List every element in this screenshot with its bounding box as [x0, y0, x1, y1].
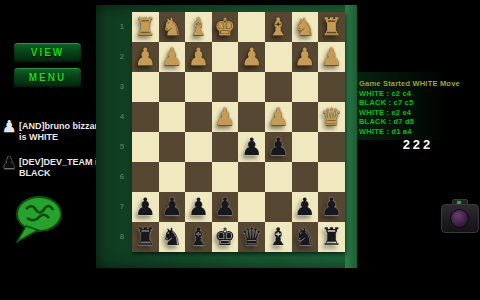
square-a4[interactable]: ♛ — [318, 102, 345, 132]
square-d1[interactable] — [238, 12, 265, 42]
square-a8[interactable]: ♜ — [318, 222, 345, 252]
white-king-e1: ♚ — [212, 12, 239, 42]
square-d3[interactable] — [238, 72, 265, 102]
white-pawn-c4: ♟ — [265, 102, 292, 132]
square-c4[interactable]: ♟ — [265, 102, 292, 132]
square-f6[interactable] — [185, 162, 212, 192]
board-grid: ♜♞♝♚♝♞♜♟♟♟♟♟♟♟♟♛♟♟♟♟♟♟♟♟♜♞♝♚♛♝♞♜ — [132, 12, 345, 252]
square-f3[interactable] — [185, 72, 212, 102]
square-g4[interactable] — [159, 102, 186, 132]
square-b2[interactable]: ♟ — [292, 42, 319, 72]
white-pawn-h2: ♟ — [132, 42, 159, 72]
square-f5[interactable] — [185, 132, 212, 162]
square-h6[interactable] — [132, 162, 159, 192]
white-player-info: ♟ [AND]bruno bizzarri is WHITE — [2, 121, 104, 143]
square-e3[interactable] — [212, 72, 239, 102]
square-g7[interactable]: ♟ — [159, 192, 186, 222]
square-f1[interactable]: ♝ — [185, 12, 212, 42]
square-e8[interactable]: ♚ — [212, 222, 239, 252]
log-line-status: Game Started WHITE Move — [359, 79, 479, 89]
rank-labels: 12345678 — [112, 12, 132, 252]
square-d6[interactable] — [238, 162, 265, 192]
table-edge-highlight — [345, 5, 357, 268]
square-e2[interactable] — [212, 42, 239, 72]
square-d5[interactable]: ♟ — [238, 132, 265, 162]
square-e5[interactable] — [212, 132, 239, 162]
square-b5[interactable] — [292, 132, 319, 162]
white-rook-h1: ♜ — [132, 12, 159, 42]
square-g8[interactable]: ♞ — [159, 222, 186, 252]
square-c3[interactable] — [265, 72, 292, 102]
black-pawn-d5: ♟ — [238, 132, 265, 162]
black-rook-a8: ♜ — [318, 222, 345, 252]
black-bishop-f8: ♝ — [185, 222, 212, 252]
white-pawn-f2: ♟ — [185, 42, 212, 72]
white-pawn-a2: ♟ — [318, 42, 345, 72]
square-b6[interactable] — [292, 162, 319, 192]
view-button[interactable]: VIEW — [13, 42, 82, 64]
square-f8[interactable]: ♝ — [185, 222, 212, 252]
square-c5[interactable]: ♟ — [265, 132, 292, 162]
black-pawn-f7: ♟ — [185, 192, 212, 222]
white-bishop-c1: ♝ — [265, 12, 292, 42]
rank-label-5: 5 — [112, 132, 132, 162]
black-player-side: BLACK — [19, 168, 103, 179]
white-pawn-b2: ♟ — [292, 42, 319, 72]
white-pawn-d2: ♟ — [238, 42, 265, 72]
square-h8[interactable]: ♜ — [132, 222, 159, 252]
square-a7[interactable]: ♟ — [318, 192, 345, 222]
square-a5[interactable] — [318, 132, 345, 162]
white-bishop-f1: ♝ — [185, 12, 212, 42]
square-e6[interactable] — [212, 162, 239, 192]
black-player-name: [DEV]DEV_TEAM is — [19, 157, 103, 168]
square-d4[interactable] — [238, 102, 265, 132]
square-h5[interactable] — [132, 132, 159, 162]
log-line-move-3: WHITE : e2 e4 — [359, 108, 479, 118]
log-line-move-4: BLACK : d7 d5 — [359, 117, 479, 127]
black-pawn-g7: ♟ — [159, 192, 186, 222]
rank-label-1: 1 — [112, 12, 132, 42]
white-player-side: is WHITE — [19, 132, 104, 143]
black-player-info: ♟ [DEV]DEV_TEAM is BLACK — [2, 157, 103, 179]
log-line-move-2: BLACK : c7 c5 — [359, 98, 479, 108]
black-pawn-b7: ♟ — [292, 192, 319, 222]
chat-icon[interactable] — [12, 192, 64, 246]
square-b1[interactable]: ♞ — [292, 12, 319, 42]
black-pawn-c5: ♟ — [265, 132, 292, 162]
square-d2[interactable]: ♟ — [238, 42, 265, 72]
black-pawn-a7: ♟ — [318, 192, 345, 222]
move-timer: 222 — [380, 137, 456, 152]
square-h3[interactable] — [132, 72, 159, 102]
white-knight-b1: ♞ — [292, 12, 319, 42]
square-a6[interactable] — [318, 162, 345, 192]
square-c6[interactable] — [265, 162, 292, 192]
square-g6[interactable] — [159, 162, 186, 192]
white-rook-a1: ♜ — [318, 12, 345, 42]
white-pawn-icon: ♟ — [2, 119, 16, 135]
square-b3[interactable] — [292, 72, 319, 102]
black-pawn-e7: ♟ — [212, 192, 239, 222]
square-c8[interactable]: ♝ — [265, 222, 292, 252]
rank-label-8: 8 — [112, 222, 132, 252]
black-knight-b8: ♞ — [292, 222, 319, 252]
square-d8[interactable]: ♛ — [238, 222, 265, 252]
square-c7[interactable] — [265, 192, 292, 222]
rank-label-6: 6 — [112, 162, 132, 192]
black-bishop-c8: ♝ — [265, 222, 292, 252]
rank-label-4: 4 — [112, 102, 132, 132]
square-a1[interactable]: ♜ — [318, 12, 345, 42]
black-knight-g8: ♞ — [159, 222, 186, 252]
square-b4[interactable] — [292, 102, 319, 132]
black-pawn-h7: ♟ — [132, 192, 159, 222]
square-e7[interactable]: ♟ — [212, 192, 239, 222]
black-king-e8: ♚ — [212, 222, 239, 252]
square-f7[interactable]: ♟ — [185, 192, 212, 222]
menu-button[interactable]: MENU — [13, 67, 82, 89]
black-rook-h8: ♜ — [132, 222, 159, 252]
log-line-move-1: WHITE : c2 c4 — [359, 89, 479, 99]
rank-label-2: 2 — [112, 42, 132, 72]
game-log: Game Started WHITE Move WHITE : c2 c4 BL… — [359, 79, 479, 136]
square-c2[interactable] — [265, 42, 292, 72]
square-e4[interactable]: ♟ — [212, 102, 239, 132]
log-line-move-5: WHITE : d1 a4 — [359, 127, 479, 137]
square-a2[interactable]: ♟ — [318, 42, 345, 72]
square-h2[interactable]: ♟ — [132, 42, 159, 72]
square-f4[interactable] — [185, 102, 212, 132]
square-h7[interactable]: ♟ — [132, 192, 159, 222]
rank-label-7: 7 — [112, 192, 132, 222]
camera-lens-icon — [450, 209, 469, 228]
black-queen-d8: ♛ — [238, 222, 265, 252]
square-b8[interactable]: ♞ — [292, 222, 319, 252]
square-c1[interactable]: ♝ — [265, 12, 292, 42]
square-a3[interactable] — [318, 72, 345, 102]
square-e1[interactable]: ♚ — [212, 12, 239, 42]
square-h4[interactable] — [132, 102, 159, 132]
square-b7[interactable]: ♟ — [292, 192, 319, 222]
white-pawn-e4: ♟ — [212, 102, 239, 132]
square-d7[interactable] — [238, 192, 265, 222]
white-queen-a4: ♛ — [318, 102, 345, 132]
square-g5[interactable] — [159, 132, 186, 162]
square-g2[interactable]: ♟ — [159, 42, 186, 72]
square-h1[interactable]: ♜ — [132, 12, 159, 42]
square-f2[interactable]: ♟ — [185, 42, 212, 72]
white-knight-g1: ♞ — [159, 12, 186, 42]
app-window: VIEW MENU ♟ [AND]bruno bizzarri is WHITE… — [0, 0, 480, 300]
rank-label-3: 3 — [112, 72, 132, 102]
camera-icon[interactable] — [440, 194, 478, 234]
white-pawn-g2: ♟ — [159, 42, 186, 72]
white-player-name: [AND]bruno bizzarri — [19, 121, 104, 132]
square-g1[interactable]: ♞ — [159, 12, 186, 42]
board-table: 12345678 ♜♞♝♚♝♞♜♟♟♟♟♟♟♟♟♛♟♟♟♟♟♟♟♟♜♞♝♚♛♝♞… — [96, 5, 357, 268]
square-g3[interactable] — [159, 72, 186, 102]
black-pawn-icon: ♟ — [2, 155, 16, 171]
